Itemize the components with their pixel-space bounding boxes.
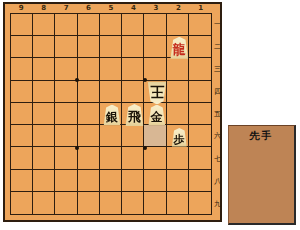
board-square[interactable]: [55, 58, 77, 80]
board-square[interactable]: [55, 81, 77, 103]
board-square[interactable]: [100, 192, 122, 214]
board-square[interactable]: [78, 170, 100, 192]
board-square[interactable]: [78, 147, 100, 169]
board-square[interactable]: [33, 14, 55, 36]
piece-glyph: 銀: [106, 110, 118, 122]
board-square[interactable]: [11, 58, 33, 80]
board-square[interactable]: [189, 36, 211, 58]
board-square[interactable]: [78, 192, 100, 214]
board-square[interactable]: [122, 125, 144, 147]
file-label: 6: [77, 4, 99, 13]
board-square[interactable]: [189, 125, 211, 147]
board-square[interactable]: [100, 36, 122, 58]
file-label: 8: [32, 4, 54, 13]
board-square[interactable]: [100, 170, 122, 192]
board-square[interactable]: [189, 58, 211, 80]
file-label: 4: [122, 4, 144, 13]
board-square[interactable]: [189, 81, 211, 103]
file-label: 9: [10, 4, 32, 13]
board-square[interactable]: [122, 192, 144, 214]
board-square[interactable]: [55, 170, 77, 192]
board-square[interactable]: [33, 192, 55, 214]
board-square[interactable]: [55, 36, 77, 58]
board-square[interactable]: [55, 103, 77, 125]
board-square[interactable]: [167, 14, 189, 36]
piece-glyph: 飛: [128, 110, 141, 123]
board-square[interactable]: [11, 192, 33, 214]
board-square[interactable]: [100, 81, 122, 103]
piece-stand-label: 先手: [229, 129, 294, 143]
board-square[interactable]: [167, 58, 189, 80]
board-square[interactable]: [144, 125, 166, 147]
board-square[interactable]: [144, 14, 166, 36]
star-point: [143, 146, 147, 150]
file-coordinate-labels: 987654321: [10, 4, 212, 13]
board-square[interactable]: [11, 36, 33, 58]
board-square[interactable]: [122, 147, 144, 169]
board-square[interactable]: [167, 81, 189, 103]
star-point: [143, 78, 147, 82]
board-square[interactable]: [167, 192, 189, 214]
board-square[interactable]: [78, 36, 100, 58]
board-square[interactable]: [55, 125, 77, 147]
file-label: 7: [55, 4, 77, 13]
rank-label: 三: [213, 58, 222, 80]
board-square[interactable]: [122, 81, 144, 103]
board-square[interactable]: [11, 170, 33, 192]
board-square[interactable]: [189, 103, 211, 125]
sente-piece-stand[interactable]: 先手: [228, 125, 296, 225]
file-label: 5: [100, 4, 122, 13]
board-square[interactable]: [78, 125, 100, 147]
piece-glyph: 王: [150, 84, 164, 98]
board-square[interactable]: [11, 81, 33, 103]
file-label: 1: [190, 4, 212, 13]
board-square[interactable]: [100, 125, 122, 147]
board-square[interactable]: [144, 36, 166, 58]
board-square[interactable]: [189, 170, 211, 192]
board-square[interactable]: [55, 14, 77, 36]
board-square[interactable]: [11, 147, 33, 169]
rank-label: 八: [213, 170, 222, 192]
board-square[interactable]: [78, 81, 100, 103]
board-square[interactable]: [167, 170, 189, 192]
board-square[interactable]: [100, 14, 122, 36]
rank-label: 六: [213, 125, 222, 147]
board-square[interactable]: [122, 14, 144, 36]
board-square[interactable]: [189, 147, 211, 169]
board-square[interactable]: [144, 192, 166, 214]
rank-label: 五: [213, 103, 222, 125]
board-square[interactable]: [122, 170, 144, 192]
board-square[interactable]: [11, 125, 33, 147]
piece-glyph: 金: [151, 110, 163, 122]
board-square[interactable]: [78, 103, 100, 125]
star-point: [75, 78, 79, 82]
board-square[interactable]: [33, 58, 55, 80]
board-square[interactable]: [78, 14, 100, 36]
file-label: 2: [167, 4, 189, 13]
board-square[interactable]: [33, 81, 55, 103]
board-square[interactable]: [11, 103, 33, 125]
rank-label: 九: [213, 193, 222, 215]
board-square[interactable]: [33, 103, 55, 125]
shogi-app: 987654321 一二三四五六七八九 龍王銀飛金歩 先手: [0, 0, 300, 230]
board-square[interactable]: [55, 147, 77, 169]
file-label: 3: [145, 4, 167, 13]
board-square[interactable]: [144, 147, 166, 169]
board-square[interactable]: [33, 36, 55, 58]
board-square[interactable]: [189, 192, 211, 214]
rank-label: 七: [213, 148, 222, 170]
board-square[interactable]: [33, 125, 55, 147]
star-point: [75, 146, 79, 150]
board-square[interactable]: [144, 170, 166, 192]
board-square[interactable]: [122, 58, 144, 80]
rank-coordinate-labels: 一二三四五六七八九: [213, 13, 222, 215]
board-grid: 龍王銀飛金歩: [10, 13, 212, 215]
shogi-board: 987654321 一二三四五六七八九 龍王銀飛金歩: [3, 2, 222, 222]
board-square[interactable]: [167, 103, 189, 125]
rank-label: 一: [213, 13, 222, 35]
board-square[interactable]: [189, 14, 211, 36]
piece-glyph: 歩: [174, 133, 185, 144]
rank-label: 二: [213, 35, 222, 57]
rank-label: 四: [213, 80, 222, 102]
board-square[interactable]: [122, 36, 144, 58]
board-square[interactable]: [100, 58, 122, 80]
piece-glyph: 龍: [173, 43, 186, 56]
board-square[interactable]: [11, 14, 33, 36]
board-square[interactable]: [100, 147, 122, 169]
board-square[interactable]: [167, 147, 189, 169]
board-square[interactable]: [144, 58, 166, 80]
board-square[interactable]: [33, 170, 55, 192]
board-square[interactable]: [78, 58, 100, 80]
board-square[interactable]: [33, 147, 55, 169]
board-square[interactable]: [55, 192, 77, 214]
